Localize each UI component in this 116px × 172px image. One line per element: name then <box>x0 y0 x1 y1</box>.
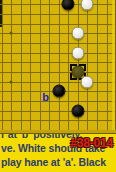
grid-hline <box>0 33 115 34</box>
star-point <box>10 80 13 83</box>
grid-hline <box>0 14 115 15</box>
grid-hline <box>0 53 115 54</box>
marker-corner <box>70 64 77 71</box>
white-stone[interactable] <box>71 27 84 40</box>
board-right-edge <box>115 0 116 131</box>
grid-hline <box>0 72 115 73</box>
point-label-b[interactable]: b <box>42 92 49 103</box>
white-stone[interactable] <box>71 46 84 59</box>
screen: b r at 'b' positively. ve. White should … <box>0 0 116 172</box>
caption-panel: r at 'b' positively. ve. White should ta… <box>0 134 116 172</box>
grid-hline <box>0 111 115 112</box>
grid-hline <box>0 101 115 102</box>
problem-number-badge: #38-014 <box>70 136 113 150</box>
black-stone[interactable] <box>52 85 65 98</box>
caption-line-3: play hane at 'a'. Black <box>1 156 106 168</box>
black-stone[interactable] <box>62 0 75 11</box>
grid-hline <box>0 24 115 25</box>
black-stone[interactable] <box>71 104 84 117</box>
marker-corner <box>79 64 86 71</box>
grid-hline <box>0 43 115 44</box>
white-stone[interactable] <box>81 75 94 88</box>
marker-corner <box>70 73 77 80</box>
star-point <box>10 32 13 35</box>
go-board[interactable]: b <box>0 0 116 134</box>
grid-hline <box>0 4 115 5</box>
grid-hline <box>0 62 115 63</box>
white-stone[interactable] <box>81 0 94 11</box>
grid-hline <box>0 82 115 83</box>
grid-hline <box>0 120 115 121</box>
